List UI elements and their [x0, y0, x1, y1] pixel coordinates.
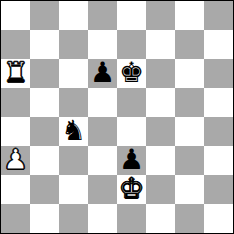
square-d4[interactable]: [88, 117, 117, 146]
white-king-piece: ♚: [119, 175, 144, 203]
square-a8[interactable]: [1, 1, 30, 30]
square-h5[interactable]: [204, 88, 233, 117]
square-a3[interactable]: ♟: [1, 146, 30, 175]
square-a2[interactable]: [1, 175, 30, 204]
board-diagram: ♜♟♚♞♟♟♚: [0, 0, 234, 234]
square-f1[interactable]: [146, 204, 175, 233]
square-c4[interactable]: ♞: [59, 117, 88, 146]
square-f6[interactable]: [146, 59, 175, 88]
square-h4[interactable]: [204, 117, 233, 146]
square-c7[interactable]: [59, 30, 88, 59]
chess-board: ♜♟♚♞♟♟♚: [0, 0, 234, 234]
square-a6[interactable]: ♜: [1, 59, 30, 88]
square-g5[interactable]: [175, 88, 204, 117]
square-h6[interactable]: [204, 59, 233, 88]
square-f8[interactable]: [146, 1, 175, 30]
square-b1[interactable]: [30, 204, 59, 233]
square-b7[interactable]: [30, 30, 59, 59]
square-f2[interactable]: [146, 175, 175, 204]
square-b5[interactable]: [30, 88, 59, 117]
square-g4[interactable]: [175, 117, 204, 146]
square-c2[interactable]: [59, 175, 88, 204]
square-h1[interactable]: [204, 204, 233, 233]
square-g3[interactable]: [175, 146, 204, 175]
square-g2[interactable]: [175, 175, 204, 204]
square-f4[interactable]: [146, 117, 175, 146]
square-c6[interactable]: [59, 59, 88, 88]
square-d1[interactable]: [88, 204, 117, 233]
square-e2[interactable]: ♚: [117, 175, 146, 204]
square-d2[interactable]: [88, 175, 117, 204]
black-king-piece: ♚: [119, 59, 144, 87]
square-b6[interactable]: [30, 59, 59, 88]
square-c1[interactable]: [59, 204, 88, 233]
square-h8[interactable]: [204, 1, 233, 30]
square-f5[interactable]: [146, 88, 175, 117]
square-h2[interactable]: [204, 175, 233, 204]
square-d8[interactable]: [88, 1, 117, 30]
square-e5[interactable]: [117, 88, 146, 117]
square-d5[interactable]: [88, 88, 117, 117]
square-g6[interactable]: [175, 59, 204, 88]
square-d6[interactable]: ♟: [88, 59, 117, 88]
square-b8[interactable]: [30, 1, 59, 30]
black-pawn-piece: ♟: [119, 146, 144, 174]
black-knight-piece: ♞: [61, 117, 86, 145]
square-e1[interactable]: [117, 204, 146, 233]
square-b4[interactable]: [30, 117, 59, 146]
square-h3[interactable]: [204, 146, 233, 175]
square-g1[interactable]: [175, 204, 204, 233]
square-f3[interactable]: [146, 146, 175, 175]
white-pawn-piece: ♟: [3, 146, 28, 174]
square-c3[interactable]: [59, 146, 88, 175]
square-g8[interactable]: [175, 1, 204, 30]
square-d3[interactable]: [88, 146, 117, 175]
square-f7[interactable]: [146, 30, 175, 59]
black-pawn-piece: ♟: [90, 59, 115, 87]
square-h7[interactable]: [204, 30, 233, 59]
square-a5[interactable]: [1, 88, 30, 117]
square-e8[interactable]: [117, 1, 146, 30]
square-g7[interactable]: [175, 30, 204, 59]
white-rook-piece: ♜: [3, 59, 28, 87]
square-b3[interactable]: [30, 146, 59, 175]
square-b2[interactable]: [30, 175, 59, 204]
square-c8[interactable]: [59, 1, 88, 30]
square-a1[interactable]: [1, 204, 30, 233]
square-e6[interactable]: ♚: [117, 59, 146, 88]
